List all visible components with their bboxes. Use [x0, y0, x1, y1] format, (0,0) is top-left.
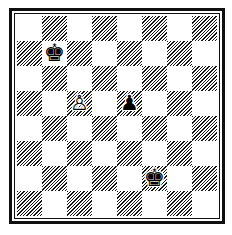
- square-h5: [192, 91, 217, 116]
- board-inner-rule: ♚♙♟♚: [14, 13, 220, 219]
- square-f7: [142, 41, 167, 66]
- square-b6: [42, 66, 67, 91]
- square-a1: [17, 191, 42, 216]
- square-d4: [92, 116, 117, 141]
- square-d6: [92, 66, 117, 91]
- square-d3: [92, 141, 117, 166]
- square-f5: [142, 91, 167, 116]
- square-b5: [42, 91, 67, 116]
- square-a7: [17, 41, 42, 66]
- square-d7: [92, 41, 117, 66]
- square-c6: [67, 66, 92, 91]
- square-g1: [167, 191, 192, 216]
- white-pawn-piece: ♙: [70, 91, 89, 116]
- square-h8: [192, 16, 217, 41]
- board-frame: ♚♙♟♚: [9, 8, 225, 224]
- square-c3: [67, 141, 92, 166]
- square-g7: [167, 41, 192, 66]
- square-f4: [142, 116, 167, 141]
- square-e6: [117, 66, 142, 91]
- square-f1: [142, 191, 167, 216]
- square-h1: [192, 191, 217, 216]
- square-g2: [167, 166, 192, 191]
- square-c8: [67, 16, 92, 41]
- square-h4: [192, 116, 217, 141]
- square-c4: [67, 116, 92, 141]
- square-b7: ♚: [42, 41, 67, 66]
- square-d1: [92, 191, 117, 216]
- square-c2: [67, 166, 92, 191]
- square-f2: ♚: [142, 166, 167, 191]
- white-king-piece: ♚: [144, 166, 166, 191]
- square-f8: [142, 16, 167, 41]
- square-a4: [17, 116, 42, 141]
- chess-diagram-page: ♚♙♟♚: [0, 0, 232, 235]
- square-e5: ♟: [117, 91, 142, 116]
- square-e8: [117, 16, 142, 41]
- square-a3: [17, 141, 42, 166]
- square-b2: [42, 166, 67, 191]
- square-h2: [192, 166, 217, 191]
- black-king-piece: ♚: [44, 41, 66, 66]
- square-f3: [142, 141, 167, 166]
- black-pawn-piece: ♟: [120, 91, 139, 116]
- square-d2: [92, 166, 117, 191]
- square-a2: [17, 166, 42, 191]
- square-a8: [17, 16, 42, 41]
- square-h6: [192, 66, 217, 91]
- square-b8: [42, 16, 67, 41]
- square-g8: [167, 16, 192, 41]
- square-e4: [117, 116, 142, 141]
- square-a5: [17, 91, 42, 116]
- square-g6: [167, 66, 192, 91]
- square-c5: ♙: [67, 91, 92, 116]
- square-d8: [92, 16, 117, 41]
- square-h7: [192, 41, 217, 66]
- square-g5: [167, 91, 192, 116]
- square-f6: [142, 66, 167, 91]
- square-b1: [42, 191, 67, 216]
- chess-board: ♚♙♟♚: [17, 16, 217, 216]
- square-a6: [17, 66, 42, 91]
- square-g3: [167, 141, 192, 166]
- square-d5: [92, 91, 117, 116]
- square-b3: [42, 141, 67, 166]
- square-b4: [42, 116, 67, 141]
- square-e2: [117, 166, 142, 191]
- square-e1: [117, 191, 142, 216]
- square-c1: [67, 191, 92, 216]
- square-e7: [117, 41, 142, 66]
- square-h3: [192, 141, 217, 166]
- square-g4: [167, 116, 192, 141]
- square-c7: [67, 41, 92, 66]
- square-e3: [117, 141, 142, 166]
